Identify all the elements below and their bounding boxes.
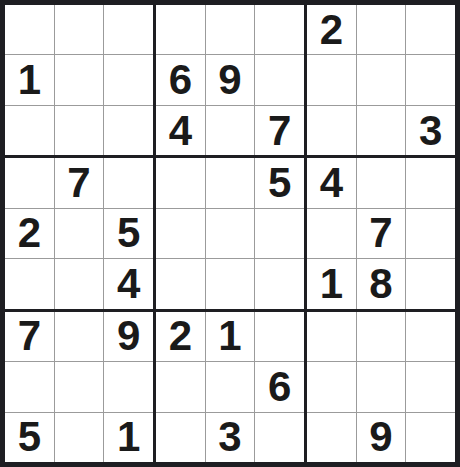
cell-r2c6[interactable] (255, 55, 304, 104)
cell-r3c6[interactable]: 7 (255, 106, 304, 155)
cell-r1c3[interactable] (104, 5, 153, 54)
cell-r5c4[interactable] (156, 209, 205, 258)
cell-r8c2[interactable] (55, 362, 104, 411)
sudoku-board: 1694723725454718795121639 (0, 0, 460, 467)
cell-r1c2[interactable] (55, 5, 104, 54)
cell-r9c9[interactable] (406, 413, 455, 462)
cell-r2c9[interactable] (406, 55, 455, 104)
cell-r7c1[interactable]: 7 (5, 312, 54, 361)
cell-r6c8[interactable]: 8 (357, 259, 406, 308)
cell-r6c7[interactable]: 1 (307, 259, 356, 308)
cell-r4c3[interactable] (104, 158, 153, 207)
cell-r6c2[interactable] (55, 259, 104, 308)
cell-r1c7[interactable]: 2 (307, 5, 356, 54)
cell-r1c6[interactable] (255, 5, 304, 54)
cell-r3c5[interactable] (206, 106, 255, 155)
cell-r7c2[interactable] (55, 312, 104, 361)
cell-r6c4[interactable] (156, 259, 205, 308)
cell-r3c8[interactable] (357, 106, 406, 155)
cell-r4c5[interactable] (206, 158, 255, 207)
cell-r2c8[interactable] (357, 55, 406, 104)
cell-r2c3[interactable] (104, 55, 153, 104)
cell-r6c9[interactable] (406, 259, 455, 308)
cell-r6c5[interactable] (206, 259, 255, 308)
cell-r9c4[interactable] (156, 413, 205, 462)
cell-r5c5[interactable] (206, 209, 255, 258)
cell-r5c2[interactable] (55, 209, 104, 258)
box-r1c2: 6947 (156, 5, 304, 155)
cell-r3c7[interactable] (307, 106, 356, 155)
cell-r5c9[interactable] (406, 209, 455, 258)
box-r2c1: 7254 (5, 158, 153, 308)
cell-r9c8[interactable]: 9 (357, 413, 406, 462)
cell-r5c7[interactable] (307, 209, 356, 258)
box-r3c1: 7951 (5, 312, 153, 462)
cell-r9c5[interactable]: 3 (206, 413, 255, 462)
cell-r6c6[interactable] (255, 259, 304, 308)
cell-r2c5[interactable]: 9 (206, 55, 255, 104)
cell-r8c9[interactable] (406, 362, 455, 411)
cell-r2c2[interactable] (55, 55, 104, 104)
cell-r5c1[interactable]: 2 (5, 209, 54, 258)
box-r2c3: 4718 (307, 158, 455, 308)
cell-r4c4[interactable] (156, 158, 205, 207)
cell-r7c4[interactable]: 2 (156, 312, 205, 361)
cell-r8c5[interactable] (206, 362, 255, 411)
cell-r3c1[interactable] (5, 106, 54, 155)
box-r1c3: 23 (307, 5, 455, 155)
cell-r4c1[interactable] (5, 158, 54, 207)
box-r1c1: 1 (5, 5, 153, 155)
cell-r4c6[interactable]: 5 (255, 158, 304, 207)
cell-r9c7[interactable] (307, 413, 356, 462)
box-r2c2: 5 (156, 158, 304, 308)
cell-r9c6[interactable] (255, 413, 304, 462)
cell-r7c9[interactable] (406, 312, 455, 361)
cell-r4c8[interactable] (357, 158, 406, 207)
cell-r7c7[interactable] (307, 312, 356, 361)
cell-r7c3[interactable]: 9 (104, 312, 153, 361)
cell-r3c3[interactable] (104, 106, 153, 155)
cell-r6c1[interactable] (5, 259, 54, 308)
cell-r3c9[interactable]: 3 (406, 106, 455, 155)
box-r3c2: 2163 (156, 312, 304, 462)
cell-r1c4[interactable] (156, 5, 205, 54)
cell-r7c8[interactable] (357, 312, 406, 361)
cell-r6c3[interactable]: 4 (104, 259, 153, 308)
cell-r8c3[interactable] (104, 362, 153, 411)
box-r3c3: 9 (307, 312, 455, 462)
cell-r1c5[interactable] (206, 5, 255, 54)
cell-r5c8[interactable]: 7 (357, 209, 406, 258)
cell-r8c6[interactable]: 6 (255, 362, 304, 411)
cell-r7c5[interactable]: 1 (206, 312, 255, 361)
cell-r2c1[interactable]: 1 (5, 55, 54, 104)
cell-r9c2[interactable] (55, 413, 104, 462)
cell-r8c7[interactable] (307, 362, 356, 411)
cell-r7c6[interactable] (255, 312, 304, 361)
cell-r1c8[interactable] (357, 5, 406, 54)
cell-r4c7[interactable]: 4 (307, 158, 356, 207)
cell-r9c1[interactable]: 5 (5, 413, 54, 462)
cell-r3c4[interactable]: 4 (156, 106, 205, 155)
cell-r4c9[interactable] (406, 158, 455, 207)
cell-r5c3[interactable]: 5 (104, 209, 153, 258)
cell-r2c4[interactable]: 6 (156, 55, 205, 104)
cell-r3c2[interactable] (55, 106, 104, 155)
cell-r8c1[interactable] (5, 362, 54, 411)
cell-r4c2[interactable]: 7 (55, 158, 104, 207)
cell-r1c1[interactable] (5, 5, 54, 54)
cell-r2c7[interactable] (307, 55, 356, 104)
cell-r9c3[interactable]: 1 (104, 413, 153, 462)
cell-r8c4[interactable] (156, 362, 205, 411)
cell-r5c6[interactable] (255, 209, 304, 258)
cell-r8c8[interactable] (357, 362, 406, 411)
cell-r1c9[interactable] (406, 5, 455, 54)
